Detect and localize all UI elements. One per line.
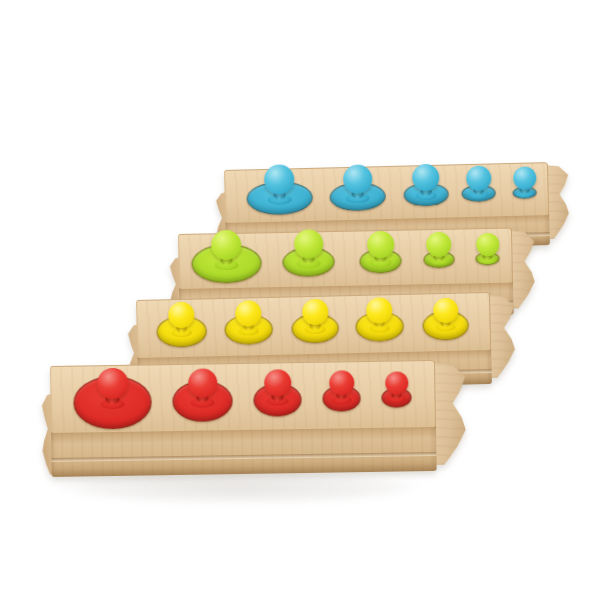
cylinder-blue-1 <box>246 181 313 216</box>
block-top-face <box>224 162 549 223</box>
knob-head <box>293 229 323 259</box>
cylinder-blue-5 <box>513 186 537 199</box>
wooden-block-red <box>50 360 437 476</box>
block-top-face <box>50 360 436 433</box>
knob-head <box>264 369 291 396</box>
knob-head <box>426 231 451 256</box>
knob-head <box>465 165 491 191</box>
cylinder-yellow-3 <box>291 313 339 343</box>
block-top-face <box>178 228 513 289</box>
knob-head <box>97 368 128 399</box>
cylinder-yellow-4 <box>355 311 404 342</box>
cylinder-yellow-1 <box>156 315 207 347</box>
block-front-face <box>51 426 437 477</box>
cylinder-red-2 <box>172 380 233 422</box>
cylinder-blue-4 <box>461 184 495 202</box>
cylinder-red-4 <box>322 385 360 412</box>
knob-head <box>476 233 499 256</box>
knob-head <box>513 167 537 191</box>
knob-head <box>188 368 217 397</box>
cylinder-green-1 <box>191 243 262 283</box>
cylinder-green-5 <box>475 252 499 265</box>
block-top-face <box>136 292 491 358</box>
cylinder-green-2 <box>282 247 335 277</box>
cylinder-green-4 <box>423 251 454 269</box>
cylinder-red-3 <box>253 383 302 417</box>
cylinder-green-3 <box>359 249 401 274</box>
cylinder-red-5 <box>381 387 411 407</box>
product-photo <box>0 0 612 612</box>
cylinder-blue-2 <box>329 182 386 211</box>
cylinder-yellow-2 <box>224 314 273 345</box>
cylinder-yellow-5 <box>422 310 469 340</box>
knob-head <box>385 372 408 395</box>
knob-head <box>342 164 372 194</box>
knob-head <box>329 370 354 395</box>
cylinder-red-1 <box>73 375 152 429</box>
knob-head <box>433 297 459 323</box>
knob-head <box>366 231 394 259</box>
front-groove <box>51 452 436 462</box>
cylinder-blue-3 <box>403 183 449 207</box>
